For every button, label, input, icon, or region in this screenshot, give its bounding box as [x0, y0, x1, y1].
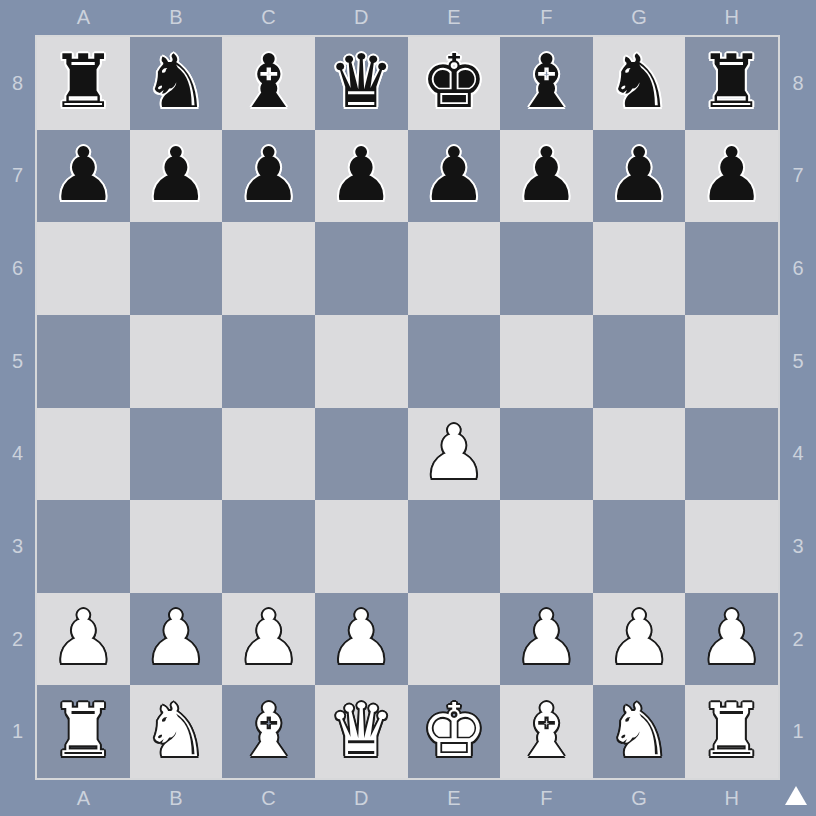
square-a3[interactable]	[37, 500, 130, 593]
piece-white-pawn[interactable]: ♟	[328, 600, 394, 674]
square-f2[interactable]: ♟	[500, 593, 593, 686]
square-e3[interactable]	[408, 500, 501, 593]
square-d1[interactable]: ♛	[315, 685, 408, 778]
coordinate-label: E	[408, 0, 501, 35]
chess-board: ♜♞♝♛♚♝♞♜♟♟♟♟♟♟♟♟♟♟♟♟♟♟♟♟♜♞♝♛♚♝♞♜	[35, 35, 780, 780]
piece-black-bishop[interactable]: ♝	[235, 44, 301, 118]
piece-white-knight[interactable]: ♞	[606, 693, 672, 767]
coordinate-label: 1	[780, 685, 816, 778]
coordinate-label: 5	[780, 315, 816, 408]
coordinate-label: G	[593, 0, 686, 35]
piece-white-pawn[interactable]: ♟	[50, 600, 116, 674]
square-g2[interactable]: ♟	[593, 593, 686, 686]
square-g1[interactable]: ♞	[593, 685, 686, 778]
piece-white-pawn[interactable]: ♟	[421, 415, 487, 489]
piece-black-pawn[interactable]: ♟	[235, 137, 301, 211]
square-c1[interactable]: ♝	[222, 685, 315, 778]
square-c4[interactable]	[222, 408, 315, 501]
square-f5[interactable]	[500, 315, 593, 408]
square-h3[interactable]	[685, 500, 778, 593]
square-c8[interactable]: ♝	[222, 37, 315, 130]
coordinate-label: D	[315, 780, 408, 816]
square-h7[interactable]: ♟	[685, 130, 778, 223]
piece-white-pawn[interactable]: ♟	[699, 600, 765, 674]
square-h2[interactable]: ♟	[685, 593, 778, 686]
square-d2[interactable]: ♟	[315, 593, 408, 686]
piece-white-pawn[interactable]: ♟	[606, 600, 672, 674]
square-f7[interactable]: ♟	[500, 130, 593, 223]
piece-black-king[interactable]: ♚	[421, 44, 487, 118]
square-e5[interactable]	[408, 315, 501, 408]
white-triangle-indicator[interactable]	[785, 786, 807, 805]
coordinate-label: 1	[0, 685, 35, 778]
coordinate-label: D	[315, 0, 408, 35]
coordinate-label: 5	[0, 315, 35, 408]
square-b3[interactable]	[130, 500, 223, 593]
square-g6[interactable]	[593, 222, 686, 315]
piece-white-rook[interactable]: ♜	[699, 693, 765, 767]
coordinate-label: 7	[780, 130, 816, 223]
square-b1[interactable]: ♞	[130, 685, 223, 778]
piece-black-knight[interactable]: ♞	[606, 44, 672, 118]
square-h4[interactable]	[685, 408, 778, 501]
coordinate-label: 3	[0, 500, 35, 593]
square-d3[interactable]	[315, 500, 408, 593]
piece-white-rook[interactable]: ♜	[50, 693, 116, 767]
coordinate-label: F	[500, 0, 593, 35]
square-c5[interactable]	[222, 315, 315, 408]
rank-labels-right: 87654321	[780, 37, 816, 778]
coordinate-label: 4	[0, 408, 35, 501]
square-c3[interactable]	[222, 500, 315, 593]
coordinate-label: A	[37, 780, 130, 816]
coordinate-label: 6	[780, 222, 816, 315]
coordinate-label: G	[593, 780, 686, 816]
square-d5[interactable]	[315, 315, 408, 408]
square-c2[interactable]: ♟	[222, 593, 315, 686]
square-g8[interactable]: ♞	[593, 37, 686, 130]
piece-black-pawn[interactable]: ♟	[606, 137, 672, 211]
coordinate-label: B	[130, 780, 223, 816]
coordinate-label: E	[408, 780, 501, 816]
square-b7[interactable]: ♟	[130, 130, 223, 223]
piece-black-pawn[interactable]: ♟	[513, 137, 579, 211]
rank-labels-left: 87654321	[0, 37, 35, 778]
square-g4[interactable]	[593, 408, 686, 501]
square-h8[interactable]: ♜	[685, 37, 778, 130]
piece-black-rook[interactable]: ♜	[699, 44, 765, 118]
square-f8[interactable]: ♝	[500, 37, 593, 130]
square-a6[interactable]	[37, 222, 130, 315]
square-b8[interactable]: ♞	[130, 37, 223, 130]
piece-black-pawn[interactable]: ♟	[699, 137, 765, 211]
coordinate-label: A	[37, 0, 130, 35]
coordinate-label: C	[222, 780, 315, 816]
square-e4[interactable]: ♟	[408, 408, 501, 501]
square-h1[interactable]: ♜	[685, 685, 778, 778]
square-e2[interactable]	[408, 593, 501, 686]
square-h5[interactable]	[685, 315, 778, 408]
square-d8[interactable]: ♛	[315, 37, 408, 130]
piece-white-king[interactable]: ♚	[421, 693, 487, 767]
coordinate-label: 8	[780, 37, 816, 130]
piece-white-pawn[interactable]: ♟	[513, 600, 579, 674]
square-e7[interactable]: ♟	[408, 130, 501, 223]
square-a2[interactable]: ♟	[37, 593, 130, 686]
square-e6[interactable]	[408, 222, 501, 315]
file-labels-bottom: ABCDEFGH	[37, 780, 778, 816]
piece-black-knight[interactable]: ♞	[143, 44, 209, 118]
coordinate-label: 8	[0, 37, 35, 130]
coordinate-label: F	[500, 780, 593, 816]
square-a4[interactable]	[37, 408, 130, 501]
coordinate-label: 2	[780, 593, 816, 686]
square-c7[interactable]: ♟	[222, 130, 315, 223]
square-e8[interactable]: ♚	[408, 37, 501, 130]
coordinate-label: 7	[0, 130, 35, 223]
square-b2[interactable]: ♟	[130, 593, 223, 686]
square-b5[interactable]	[130, 315, 223, 408]
square-f3[interactable]	[500, 500, 593, 593]
piece-black-pawn[interactable]: ♟	[50, 137, 116, 211]
coordinate-label: B	[130, 0, 223, 35]
square-g3[interactable]	[593, 500, 686, 593]
chess-board-panel: ABCDEFGH ABCDEFGH 87654321 87654321 ♜♞♝♛…	[0, 0, 816, 816]
coordinate-label: 4	[780, 408, 816, 501]
coordinate-label: H	[685, 780, 778, 816]
square-g7[interactable]: ♟	[593, 130, 686, 223]
piece-black-rook[interactable]: ♜	[50, 44, 116, 118]
piece-white-queen[interactable]: ♛	[328, 693, 394, 767]
coordinate-label: 3	[780, 500, 816, 593]
file-labels-top: ABCDEFGH	[37, 0, 778, 35]
piece-black-pawn[interactable]: ♟	[421, 137, 487, 211]
square-f4[interactable]	[500, 408, 593, 501]
piece-white-bishop[interactable]: ♝	[513, 693, 579, 767]
piece-white-pawn[interactable]: ♟	[235, 600, 301, 674]
square-f6[interactable]	[500, 222, 593, 315]
piece-black-queen[interactable]: ♛	[328, 44, 394, 118]
square-d4[interactable]	[315, 408, 408, 501]
piece-white-knight[interactable]: ♞	[143, 693, 209, 767]
square-d6[interactable]	[315, 222, 408, 315]
square-d7[interactable]: ♟	[315, 130, 408, 223]
square-a7[interactable]: ♟	[37, 130, 130, 223]
square-a1[interactable]: ♜	[37, 685, 130, 778]
piece-black-bishop[interactable]: ♝	[513, 44, 579, 118]
piece-black-pawn[interactable]: ♟	[328, 137, 394, 211]
square-e1[interactable]: ♚	[408, 685, 501, 778]
square-a8[interactable]: ♜	[37, 37, 130, 130]
square-f1[interactable]: ♝	[500, 685, 593, 778]
square-g5[interactable]	[593, 315, 686, 408]
square-h6[interactable]	[685, 222, 778, 315]
coordinate-label: H	[685, 0, 778, 35]
coordinate-label: 2	[0, 593, 35, 686]
square-b4[interactable]	[130, 408, 223, 501]
coordinate-label: 6	[0, 222, 35, 315]
square-c6[interactable]	[222, 222, 315, 315]
piece-black-pawn[interactable]: ♟	[143, 137, 209, 211]
square-a5[interactable]	[37, 315, 130, 408]
piece-white-bishop[interactable]: ♝	[235, 693, 301, 767]
square-b6[interactable]	[130, 222, 223, 315]
coordinate-label: C	[222, 0, 315, 35]
piece-white-pawn[interactable]: ♟	[143, 600, 209, 674]
